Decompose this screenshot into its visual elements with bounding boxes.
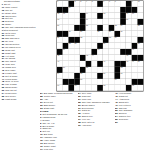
grid-cell[interactable] [138,85,144,91]
cell-number: 10 [138,1,140,3]
cell-number: 8 [115,1,116,3]
cell-number: 53 [121,67,123,69]
cell-number: 45 [126,55,128,57]
cell-number: 12 [57,13,59,15]
cell-number: 38 [138,43,140,45]
cell-number: 19 [86,19,88,21]
clues-column-4: 40. Hen product42. Rang out44. Atlas boo… [115,92,149,150]
cell-number: 49 [132,61,134,63]
cell-number: 21 [57,25,59,27]
cell-number: 41 [132,49,134,51]
cell-number: 24 [121,25,123,27]
cell-number: 61 [75,85,77,87]
cell-number: 15 [103,13,105,15]
cell-number: 26 [69,31,71,33]
cell-number: 4 [86,1,87,3]
cell-number: 5 [92,1,93,3]
cell-number: 18 [57,19,59,21]
cell-number: 46 [57,61,59,63]
cell-number: 39 [63,49,65,51]
clue-item: 59. [115,121,149,124]
cell-number: 11 [69,7,71,9]
cell-number: 52 [86,67,88,69]
cell-number: 55 [80,73,82,75]
across-clues-column: speaker's stand9. Ski lift11. Gave a hoo… [2,0,38,150]
cell-number: 9 [132,1,133,3]
cell-number: 31 [57,37,59,39]
cell-number: 6 [103,1,104,3]
cell-number: 47 [103,61,105,63]
cell-number: 44 [92,55,94,57]
cell-number: 54 [57,73,59,75]
cell-number: 56 [103,73,105,75]
cell-number: 60 [57,85,59,87]
cell-number: 35 [69,43,71,45]
cell-number: 30 [121,31,123,33]
cell-number: 17 [132,13,134,15]
cell-number: 34 [115,37,117,39]
cell-number: 22 [86,25,88,27]
cell-number: 36 [75,43,77,45]
cell-number: 43 [86,55,88,57]
cell-number: 2 [75,1,76,3]
cell-number: 7 [109,1,110,3]
cell-number: 62 [103,85,105,87]
cell-number: 28 [98,31,100,33]
cell-number: 42 [57,55,59,57]
cell-number: 16 [126,13,128,15]
cell-number: 3 [80,1,81,3]
cell-number: 48 [126,61,128,63]
cell-number: 37 [103,43,105,45]
clue-item: 17. Leaf lifter [40,147,75,150]
cell-number: 50 [138,61,140,63]
cell-number: 14 [86,13,88,15]
cell-number: 23 [115,25,117,27]
clues-column-2: 57. Big name in children's books58. Wint… [40,92,75,150]
cell-number: 27 [80,31,82,33]
crossword-grid[interactable]: 1234567891011121314151617181920212223242… [57,1,144,92]
crossword-puzzle-page: speaker's stand9. Ski lift11. Gave a hoo… [0,0,150,150]
cell-number: 25 [138,25,140,27]
cell-number: 20 [126,19,128,21]
cell-number: 32 [80,37,82,39]
clues-column-3: 24. Tree juice25. Rain unit27. Mine find… [78,92,113,150]
cell-number: 33 [109,37,111,39]
cell-number: 51 [63,67,65,69]
clue-item: 39. Arm bone [78,124,113,127]
cell-number: 29 [109,31,111,33]
clue-item: 20. The first Hawaiian-born United State… [2,26,38,31]
clue-item: 56. Light beam [2,98,38,101]
cell-number: 57 [121,73,123,75]
cell-number: 40 [98,49,100,51]
cell-number: 13 [63,13,65,15]
cell-number: 63 [132,85,134,87]
cell-number: 59 [115,79,117,81]
cell-number: 58 [80,79,82,81]
cell-number: 1 [57,1,58,3]
